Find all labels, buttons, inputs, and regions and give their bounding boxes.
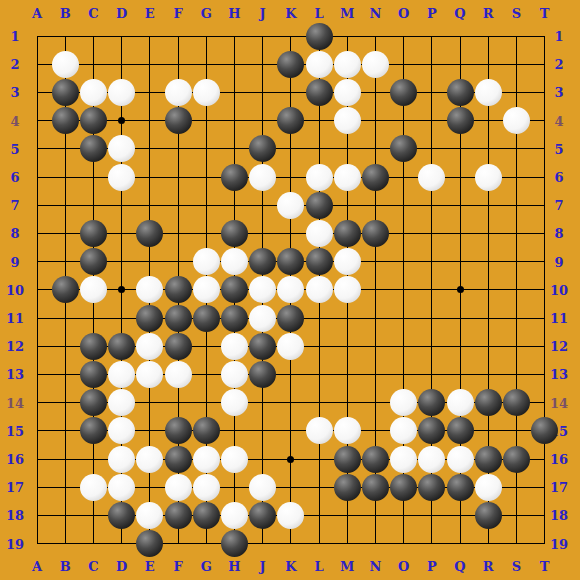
stone-white-M4[interactable] <box>334 107 361 134</box>
stone-white-E12[interactable] <box>136 333 163 360</box>
stone-black-C9[interactable] <box>80 248 107 275</box>
stone-black-F11[interactable] <box>165 305 192 332</box>
column-label: Q <box>454 560 465 573</box>
row-label: 6 <box>554 171 563 184</box>
row-label: 13 <box>550 368 568 381</box>
stone-white-C17[interactable] <box>80 474 107 501</box>
row-label: 6 <box>10 171 19 184</box>
stone-black-H8[interactable] <box>221 220 248 247</box>
stone-black-C5[interactable] <box>80 135 107 162</box>
stone-black-J13[interactable] <box>249 361 276 388</box>
column-label: J <box>260 7 266 20</box>
stone-white-J17[interactable] <box>249 474 276 501</box>
row-label: 14 <box>550 396 568 409</box>
stone-black-G11[interactable] <box>193 305 220 332</box>
column-label: H <box>228 7 240 20</box>
stone-black-J5[interactable] <box>249 135 276 162</box>
stone-black-C15[interactable] <box>80 417 107 444</box>
stone-white-F17[interactable] <box>165 474 192 501</box>
stone-white-R17[interactable] <box>475 474 502 501</box>
column-label: G <box>201 560 212 573</box>
stone-white-L8[interactable] <box>306 220 333 247</box>
stone-white-M10[interactable] <box>334 276 361 303</box>
stone-black-Q17[interactable] <box>447 474 474 501</box>
row-label: 10 <box>550 283 568 296</box>
stone-white-O14[interactable] <box>390 389 417 416</box>
column-label: M <box>340 7 354 20</box>
row-label: 18 <box>550 509 568 522</box>
star-point <box>457 286 464 293</box>
row-label: 8 <box>10 227 19 240</box>
stone-white-R6[interactable] <box>475 164 502 191</box>
stone-white-D16[interactable] <box>108 446 135 473</box>
stone-black-T15[interactable] <box>531 417 558 444</box>
stone-black-D18[interactable] <box>108 502 135 529</box>
row-label: 2 <box>10 58 19 71</box>
stone-white-E18[interactable] <box>136 502 163 529</box>
stone-white-J11[interactable] <box>249 305 276 332</box>
stone-white-D14[interactable] <box>108 389 135 416</box>
stone-white-O16[interactable] <box>390 446 417 473</box>
stone-black-O17[interactable] <box>390 474 417 501</box>
stone-black-Q3[interactable] <box>447 79 474 106</box>
stone-black-M17[interactable] <box>334 474 361 501</box>
column-label: Q <box>454 7 465 20</box>
stone-white-M6[interactable] <box>334 164 361 191</box>
stone-black-H19[interactable] <box>221 530 248 557</box>
stone-white-H18[interactable] <box>221 502 248 529</box>
column-label: L <box>314 560 323 573</box>
stone-black-P17[interactable] <box>418 474 445 501</box>
stone-white-K7[interactable] <box>277 192 304 219</box>
column-label: F <box>173 560 182 573</box>
column-label: P <box>427 560 437 573</box>
stone-white-M3[interactable] <box>334 79 361 106</box>
go-board[interactable]: ABCDEFGHJKLMNOPQRST ABCDEFGHJKLMNOPQRST … <box>0 0 580 580</box>
stone-black-P14[interactable] <box>418 389 445 416</box>
row-label: 16 <box>6 453 24 466</box>
stone-white-J6[interactable] <box>249 164 276 191</box>
column-label: O <box>398 560 409 573</box>
row-label: 17 <box>6 481 24 494</box>
stone-white-C3[interactable] <box>80 79 107 106</box>
column-label: N <box>369 560 381 573</box>
stone-black-J9[interactable] <box>249 248 276 275</box>
column-label: N <box>369 7 381 20</box>
stone-white-H14[interactable] <box>221 389 248 416</box>
stone-black-E19[interactable] <box>136 530 163 557</box>
stone-black-C13[interactable] <box>80 361 107 388</box>
stone-white-H16[interactable] <box>221 446 248 473</box>
row-label: 9 <box>554 255 563 268</box>
stone-white-L2[interactable] <box>306 51 333 78</box>
stone-black-J12[interactable] <box>249 333 276 360</box>
stone-white-G9[interactable] <box>193 248 220 275</box>
stone-white-Q14[interactable] <box>447 389 474 416</box>
stone-white-R3[interactable] <box>475 79 502 106</box>
column-label: S <box>512 7 521 20</box>
column-label: E <box>145 560 155 573</box>
stone-black-N16[interactable] <box>362 446 389 473</box>
stone-black-E11[interactable] <box>136 305 163 332</box>
stone-white-L6[interactable] <box>306 164 333 191</box>
row-label: 19 <box>6 537 24 550</box>
stone-white-L10[interactable] <box>306 276 333 303</box>
stone-black-L7[interactable] <box>306 192 333 219</box>
row-label: 5 <box>10 142 19 155</box>
stone-white-K10[interactable] <box>277 276 304 303</box>
stone-black-D12[interactable] <box>108 333 135 360</box>
stone-black-K4[interactable] <box>277 107 304 134</box>
stone-black-R16[interactable] <box>475 446 502 473</box>
stone-black-B10[interactable] <box>52 276 79 303</box>
stone-black-G15[interactable] <box>193 417 220 444</box>
row-label: 11 <box>6 312 24 325</box>
stone-white-K18[interactable] <box>277 502 304 529</box>
stone-white-O15[interactable] <box>390 417 417 444</box>
grid-line <box>37 543 545 544</box>
stone-white-M15[interactable] <box>334 417 361 444</box>
stone-black-C8[interactable] <box>80 220 107 247</box>
stone-black-F4[interactable] <box>165 107 192 134</box>
column-label: P <box>427 7 437 20</box>
stone-black-F15[interactable] <box>165 417 192 444</box>
stone-black-F16[interactable] <box>165 446 192 473</box>
stone-black-L9[interactable] <box>306 248 333 275</box>
star-point <box>118 286 125 293</box>
stone-white-J10[interactable] <box>249 276 276 303</box>
stone-white-D3[interactable] <box>108 79 135 106</box>
stone-white-F3[interactable] <box>165 79 192 106</box>
stone-white-L15[interactable] <box>306 417 333 444</box>
stone-white-K12[interactable] <box>277 333 304 360</box>
column-label: K <box>285 7 296 20</box>
row-label: 3 <box>10 86 19 99</box>
row-label: 14 <box>6 396 24 409</box>
stone-white-M9[interactable] <box>334 248 361 275</box>
stone-white-H9[interactable] <box>221 248 248 275</box>
column-label: J <box>260 560 266 573</box>
stone-black-O5[interactable] <box>390 135 417 162</box>
stone-black-H10[interactable] <box>221 276 248 303</box>
column-label: F <box>173 7 182 20</box>
row-label: 1 <box>554 30 563 43</box>
grid-line <box>544 36 545 544</box>
stone-black-E8[interactable] <box>136 220 163 247</box>
stone-black-F18[interactable] <box>165 502 192 529</box>
stone-black-K2[interactable] <box>277 51 304 78</box>
column-label: R <box>483 560 494 573</box>
stone-black-O3[interactable] <box>390 79 417 106</box>
row-label: 7 <box>10 199 19 212</box>
row-label: 10 <box>6 283 24 296</box>
star-point <box>118 117 125 124</box>
row-label: 12 <box>6 340 24 353</box>
stone-black-N8[interactable] <box>362 220 389 247</box>
stone-black-C4[interactable] <box>80 107 107 134</box>
row-label: 15 <box>6 424 24 437</box>
column-label: H <box>228 560 240 573</box>
row-label: 16 <box>550 453 568 466</box>
stone-white-D5[interactable] <box>108 135 135 162</box>
stone-white-P16[interactable] <box>418 446 445 473</box>
stone-black-Q15[interactable] <box>447 417 474 444</box>
stone-white-E13[interactable] <box>136 361 163 388</box>
column-label: D <box>116 7 127 20</box>
stone-black-B3[interactable] <box>52 79 79 106</box>
stone-white-F13[interactable] <box>165 361 192 388</box>
stone-white-E10[interactable] <box>136 276 163 303</box>
stone-black-B4[interactable] <box>52 107 79 134</box>
stone-white-H13[interactable] <box>221 361 248 388</box>
stone-white-H12[interactable] <box>221 333 248 360</box>
row-label: 19 <box>550 537 568 550</box>
stone-black-C14[interactable] <box>80 389 107 416</box>
column-label: O <box>398 7 409 20</box>
stone-white-C10[interactable] <box>80 276 107 303</box>
row-label: 2 <box>554 58 563 71</box>
row-label: 11 <box>550 312 568 325</box>
column-label: M <box>340 560 354 573</box>
column-label: R <box>483 7 494 20</box>
column-label: B <box>60 560 71 573</box>
star-point <box>287 456 294 463</box>
stone-black-P15[interactable] <box>418 417 445 444</box>
stone-white-B2[interactable] <box>52 51 79 78</box>
stone-black-G18[interactable] <box>193 502 220 529</box>
stone-black-L3[interactable] <box>306 79 333 106</box>
stone-black-K11[interactable] <box>277 305 304 332</box>
stone-black-M16[interactable] <box>334 446 361 473</box>
stone-white-E16[interactable] <box>136 446 163 473</box>
stone-white-G3[interactable] <box>193 79 220 106</box>
stone-white-D13[interactable] <box>108 361 135 388</box>
stone-black-F10[interactable] <box>165 276 192 303</box>
stone-black-M8[interactable] <box>334 220 361 247</box>
row-label: 1 <box>10 30 19 43</box>
column-label: B <box>60 7 71 20</box>
column-label: S <box>512 560 521 573</box>
stone-white-G16[interactable] <box>193 446 220 473</box>
row-label: 3 <box>554 86 563 99</box>
row-label: 4 <box>554 114 563 127</box>
stone-white-Q16[interactable] <box>447 446 474 473</box>
column-label: T <box>540 560 550 573</box>
stone-white-G17[interactable] <box>193 474 220 501</box>
row-label: 4 <box>10 114 19 127</box>
column-label: C <box>88 560 98 573</box>
stone-white-D6[interactable] <box>108 164 135 191</box>
column-label: D <box>116 560 127 573</box>
column-label: T <box>540 7 550 20</box>
stone-black-F12[interactable] <box>165 333 192 360</box>
stone-black-S14[interactable] <box>503 389 530 416</box>
stone-white-P6[interactable] <box>418 164 445 191</box>
stone-black-C12[interactable] <box>80 333 107 360</box>
column-label: K <box>285 560 296 573</box>
stone-black-Q4[interactable] <box>447 107 474 134</box>
row-label: 9 <box>10 255 19 268</box>
row-label: 18 <box>6 509 24 522</box>
stone-black-N17[interactable] <box>362 474 389 501</box>
stone-black-H11[interactable] <box>221 305 248 332</box>
column-label: A <box>32 560 42 573</box>
stone-black-J18[interactable] <box>249 502 276 529</box>
row-label: 7 <box>554 199 563 212</box>
row-label: 5 <box>554 142 563 155</box>
stone-black-H6[interactable] <box>221 164 248 191</box>
stone-black-K9[interactable] <box>277 248 304 275</box>
stone-white-D17[interactable] <box>108 474 135 501</box>
column-label: L <box>314 7 323 20</box>
stone-white-N2[interactable] <box>362 51 389 78</box>
row-label: 17 <box>550 481 568 494</box>
stone-white-M2[interactable] <box>334 51 361 78</box>
column-label: A <box>32 7 42 20</box>
stone-black-R14[interactable] <box>475 389 502 416</box>
row-label: 13 <box>6 368 24 381</box>
column-label: G <box>201 7 212 20</box>
stone-black-N6[interactable] <box>362 164 389 191</box>
row-label: 12 <box>550 340 568 353</box>
stone-black-L1[interactable] <box>306 23 333 50</box>
column-label: E <box>145 7 155 20</box>
row-label: 8 <box>554 227 563 240</box>
stone-white-G10[interactable] <box>193 276 220 303</box>
stone-black-R18[interactable] <box>475 502 502 529</box>
stone-white-S4[interactable] <box>503 107 530 134</box>
stone-black-S16[interactable] <box>503 446 530 473</box>
stone-white-D15[interactable] <box>108 417 135 444</box>
column-label: C <box>88 7 98 20</box>
